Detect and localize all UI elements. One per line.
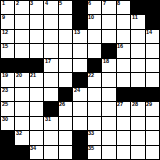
cell-r5c6[interactable] [73, 59, 86, 72]
cell-r6c4[interactable] [44, 73, 57, 86]
clue-number: 30 [2, 117, 8, 123]
cell-r6c1[interactable]: 19 [1, 73, 14, 86]
cell-r8c3[interactable] [30, 102, 43, 115]
cell-r9c10[interactable] [131, 117, 144, 130]
cell-r9c7[interactable] [88, 117, 101, 130]
cell-r5c11[interactable] [146, 59, 159, 72]
cell-r4c7[interactable] [88, 44, 101, 57]
cell-r7c4[interactable] [44, 88, 57, 101]
block-r1c10 [131, 1, 144, 14]
cell-r2c7[interactable]: 10 [88, 15, 101, 28]
cell-r9c1[interactable]: 30 [1, 117, 14, 130]
clue-number: 25 [2, 102, 8, 108]
cell-r8c9[interactable]: 27 [117, 102, 130, 115]
cell-r8c6[interactable] [73, 102, 86, 115]
cell-r5c8[interactable]: 18 [102, 59, 115, 72]
clue-number: 15 [2, 44, 8, 50]
clue-number: 11 [132, 15, 138, 21]
cell-r5c9[interactable] [117, 59, 130, 72]
cell-r11c10[interactable] [131, 146, 144, 159]
cell-r10c4[interactable] [44, 131, 57, 144]
cell-r10c10[interactable] [131, 131, 144, 144]
cell-r2c5[interactable] [59, 15, 72, 28]
block-r10c1 [1, 131, 14, 144]
clue-number: 8 [117, 1, 120, 7]
cell-r3c10[interactable] [131, 30, 144, 43]
cell-r10c5[interactable] [59, 131, 72, 144]
cell-r2c4[interactable] [44, 15, 57, 28]
block-r5c2 [15, 59, 28, 72]
block-r5c7 [88, 59, 101, 72]
cell-r1c5[interactable]: 5 [59, 1, 72, 14]
clue-number: 17 [45, 59, 51, 65]
cell-r9c2[interactable] [15, 117, 28, 130]
cell-r4c11[interactable] [146, 44, 159, 57]
clue-number: 32 [16, 131, 22, 137]
cell-r7c6[interactable]: 24 [73, 88, 86, 101]
cell-r6c5[interactable] [59, 73, 72, 86]
clue-number: 31 [45, 117, 51, 123]
cell-r4c9[interactable]: 16 [117, 44, 130, 57]
clue-number: 4 [45, 1, 48, 7]
cell-r3c7[interactable] [88, 30, 101, 43]
cell-r10c11[interactable] [146, 131, 159, 144]
cell-r1c8[interactable]: 7 [102, 1, 115, 14]
clue-number: 3 [30, 1, 33, 7]
cell-r1c9[interactable]: 8 [117, 1, 130, 14]
cell-r9c11[interactable] [146, 117, 159, 130]
cell-r11c5[interactable] [59, 146, 72, 159]
cell-r10c7[interactable]: 33 [88, 131, 101, 144]
cell-r6c2[interactable]: 20 [15, 73, 28, 86]
cell-r3c5[interactable] [59, 30, 72, 43]
block-r6c6 [73, 73, 86, 86]
cell-r4c10[interactable] [131, 44, 144, 57]
cell-r8c11[interactable]: 29 [146, 102, 159, 115]
cell-r9c6[interactable] [73, 117, 86, 130]
clue-number: 9 [2, 15, 5, 21]
cell-r4c2[interactable] [15, 44, 28, 57]
block-r11c2 [15, 146, 28, 159]
cell-r8c5[interactable]: 26 [59, 102, 72, 115]
block-r5c3 [30, 59, 43, 72]
clue-number: 19 [2, 73, 8, 79]
cell-r3c4[interactable] [44, 30, 57, 43]
cell-r11c4[interactable] [44, 146, 57, 159]
cell-r6c3[interactable]: 21 [30, 73, 43, 86]
block-r7c5 [59, 88, 72, 101]
clue-number: 24 [74, 88, 80, 94]
cell-r5c5[interactable] [59, 59, 72, 72]
clue-number: 20 [16, 73, 22, 79]
cell-r8c8[interactable] [102, 102, 115, 115]
block-r5c1 [1, 59, 14, 72]
block-r2c6 [73, 15, 86, 28]
cell-r3c3[interactable] [30, 30, 43, 43]
cell-r4c1[interactable]: 15 [1, 44, 14, 57]
block-r11c6 [73, 146, 86, 159]
cell-r1c2[interactable]: 2 [15, 1, 28, 14]
block-r2c11 [146, 15, 159, 28]
cell-r2c2[interactable] [15, 15, 28, 28]
cell-r6c9[interactable] [117, 73, 130, 86]
cell-r3c8[interactable] [102, 30, 115, 43]
clue-number: 34 [30, 146, 36, 152]
cell-r8c7[interactable] [88, 102, 101, 115]
clue-number: 2 [16, 1, 19, 7]
crossword-page: 1234567891011121314151617181920212223242… [0, 0, 160, 160]
cell-r8c2[interactable] [15, 102, 28, 115]
clue-number: 22 [88, 73, 94, 79]
cell-r4c6[interactable] [73, 44, 86, 57]
cell-r6c7[interactable]: 22 [88, 73, 101, 86]
clue-number: 29 [146, 102, 152, 108]
clue-number: 12 [2, 30, 8, 36]
crossword-grid: 1234567891011121314151617181920212223242… [0, 0, 160, 160]
cell-r4c5[interactable] [59, 44, 72, 57]
cell-r5c10[interactable] [131, 59, 144, 72]
cell-r2c9[interactable] [117, 15, 130, 28]
clue-number: 28 [132, 102, 138, 108]
cell-r2c3[interactable] [30, 15, 43, 28]
clue-number: 6 [88, 1, 91, 7]
cell-r11c11[interactable] [146, 146, 159, 159]
cell-r5c4[interactable]: 17 [44, 59, 57, 72]
block-r7c11 [146, 88, 159, 101]
block-r1c6 [73, 1, 86, 14]
cell-r1c4[interactable]: 4 [44, 1, 57, 14]
cell-r4c3[interactable] [30, 44, 43, 57]
cell-r2c10[interactable]: 11 [131, 15, 144, 28]
cell-r3c2[interactable] [15, 30, 28, 43]
cell-r7c8[interactable] [102, 88, 115, 101]
clue-number: 13 [74, 30, 80, 36]
clue-number: 33 [88, 131, 94, 137]
cell-r3c6[interactable]: 13 [73, 30, 86, 43]
cell-r1c3[interactable]: 3 [30, 1, 43, 14]
cell-r10c2[interactable]: 32 [15, 131, 28, 144]
block-r8c4 [44, 102, 57, 115]
block-r7c9 [117, 88, 130, 101]
cell-r7c2[interactable] [15, 88, 28, 101]
clue-number: 23 [2, 88, 8, 94]
block-r7c10 [131, 88, 144, 101]
cell-r9c5[interactable] [59, 117, 72, 130]
clue-number: 1 [2, 1, 5, 7]
cell-r10c3[interactable] [30, 131, 43, 144]
cell-r11c7[interactable]: 35 [88, 146, 101, 159]
cell-r9c4[interactable]: 31 [44, 117, 57, 130]
cell-r7c7[interactable] [88, 88, 101, 101]
cell-r3c11[interactable]: 14 [146, 30, 159, 43]
cell-r7c3[interactable] [30, 88, 43, 101]
cell-r9c8[interactable] [102, 117, 115, 130]
cell-r3c9[interactable] [117, 30, 130, 43]
cell-r11c8[interactable] [102, 146, 115, 159]
cell-r7c1[interactable]: 23 [1, 88, 14, 101]
cell-r1c1[interactable]: 1 [1, 1, 14, 14]
cell-r8c10[interactable]: 28 [131, 102, 144, 115]
cell-r2c1[interactable]: 9 [1, 15, 14, 28]
block-r11c1 [1, 146, 14, 159]
cell-r8c1[interactable]: 25 [1, 102, 14, 115]
cell-r6c11[interactable] [146, 73, 159, 86]
clue-number: 26 [59, 102, 65, 108]
clue-number: 7 [103, 1, 106, 7]
cell-r9c3[interactable] [30, 117, 43, 130]
cell-r3c1[interactable]: 12 [1, 30, 14, 43]
clue-number: 18 [103, 59, 109, 65]
clue-number: 35 [88, 146, 94, 152]
clue-number: 14 [146, 30, 152, 36]
clue-number: 10 [88, 15, 94, 21]
cell-r2c8[interactable] [102, 15, 115, 28]
cell-r10c8[interactable] [102, 131, 115, 144]
block-r4c8 [102, 44, 115, 57]
clue-number: 21 [30, 73, 36, 79]
cell-r1c7[interactable]: 6 [88, 1, 101, 14]
cell-r4c4[interactable] [44, 44, 57, 57]
clue-number: 5 [59, 1, 62, 7]
cell-r6c10[interactable] [131, 73, 144, 86]
cell-r11c3[interactable]: 34 [30, 146, 43, 159]
cell-r6c8[interactable] [102, 73, 115, 86]
cell-r11c9[interactable] [117, 146, 130, 159]
block-r1c11 [146, 1, 159, 14]
clue-number: 27 [117, 102, 123, 108]
cell-r9c9[interactable] [117, 117, 130, 130]
clue-number: 16 [117, 44, 123, 50]
cell-r10c9[interactable] [117, 131, 130, 144]
block-r10c6 [73, 131, 86, 144]
